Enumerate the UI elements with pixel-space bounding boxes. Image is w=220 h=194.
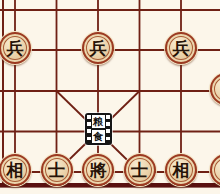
piece-advisor-right[interactable]: 士 (124, 154, 156, 186)
piece-glyph: 士 (48, 161, 65, 178)
piece-elephant-left[interactable]: 相 (0, 154, 31, 186)
piece-elephant-right[interactable]: 相 (165, 154, 197, 186)
film-placeholder-icon[interactable]: 粮食 (85, 113, 112, 145)
piece-glyph: 將 (90, 161, 107, 178)
piece-glyph: 相 (7, 161, 24, 178)
film-frame-bottom: 食 (92, 130, 105, 143)
piece-advisor-left[interactable]: 士 (41, 154, 73, 186)
piece-soldier-left[interactable]: 兵 (0, 32, 31, 64)
piece-soldier-middle[interactable]: 兵 (82, 32, 114, 64)
film-frame-top: 粮 (92, 115, 105, 128)
piece-glyph: 兵 (173, 39, 190, 56)
piece-glyph: 兵 (90, 39, 107, 56)
film-sprocket-holes-right (106, 115, 110, 143)
piece-glyph: 兵 (7, 39, 24, 56)
piece-glyph: 相 (173, 161, 190, 178)
film-sprocket-holes-left (87, 115, 91, 143)
marker-glyph: 粮 (93, 117, 103, 127)
piece-general[interactable]: 將 (82, 154, 114, 186)
piece-soldier-right[interactable]: 兵 (165, 32, 197, 64)
film-frames: 粮食 (92, 115, 105, 143)
marker-glyph: 食 (93, 132, 103, 142)
xiangqi-board[interactable]: 兵兵兵相士將士相粮食 (0, 0, 220, 194)
piece-glyph: 士 (131, 161, 148, 178)
